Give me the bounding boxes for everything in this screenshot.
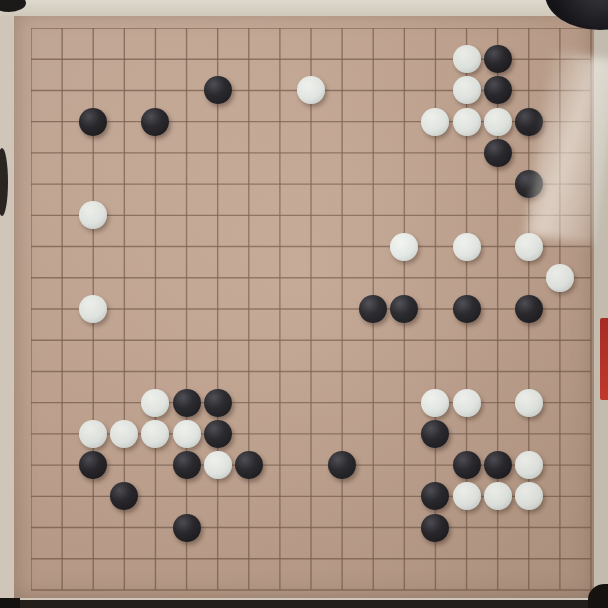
white-stone	[453, 76, 481, 104]
white-stone	[453, 389, 481, 417]
black-stone	[110, 482, 138, 510]
dark-object-left	[0, 148, 8, 216]
white-stone	[79, 420, 107, 448]
white-stone	[79, 295, 107, 323]
white-stone	[515, 482, 543, 510]
black-stone	[484, 45, 512, 73]
black-stone	[515, 108, 543, 136]
black-stone	[421, 514, 449, 542]
black-stone	[173, 389, 201, 417]
white-stone	[453, 482, 481, 510]
black-stone	[204, 420, 232, 448]
white-stone	[297, 76, 325, 104]
black-stone	[359, 295, 387, 323]
white-stone	[453, 108, 481, 136]
white-stone	[484, 108, 512, 136]
dark-corner-bottom-left	[0, 598, 20, 608]
white-stone	[546, 264, 574, 292]
black-stone	[484, 451, 512, 479]
white-stone	[453, 233, 481, 261]
black-stone	[235, 451, 263, 479]
white-stone	[141, 420, 169, 448]
white-stone	[515, 389, 543, 417]
white-stone	[79, 201, 107, 229]
white-stone	[390, 233, 418, 261]
white-stone	[204, 451, 232, 479]
white-stone	[110, 420, 138, 448]
black-stone	[390, 295, 418, 323]
black-stone	[515, 295, 543, 323]
black-stone	[328, 451, 356, 479]
white-stone	[421, 108, 449, 136]
table-edge-bottom	[0, 600, 608, 608]
black-stone	[421, 482, 449, 510]
red-object	[600, 318, 608, 400]
black-stone	[484, 139, 512, 167]
white-stone	[515, 233, 543, 261]
black-stone	[421, 420, 449, 448]
black-stone	[484, 76, 512, 104]
white-stone	[453, 45, 481, 73]
white-stone	[484, 482, 512, 510]
photo-go-board-scene	[0, 0, 608, 608]
black-stone	[141, 108, 169, 136]
white-stone	[173, 420, 201, 448]
table-edge-top	[0, 0, 608, 16]
white-stone	[515, 451, 543, 479]
black-stone	[204, 389, 232, 417]
black-stone	[204, 76, 232, 104]
black-stone	[453, 295, 481, 323]
black-stone	[79, 451, 107, 479]
black-stone	[173, 514, 201, 542]
go-board	[14, 10, 594, 598]
go-grid	[31, 28, 591, 590]
black-stone	[453, 451, 481, 479]
black-stone	[79, 108, 107, 136]
white-stone	[421, 389, 449, 417]
black-stone	[173, 451, 201, 479]
white-stone	[141, 389, 169, 417]
